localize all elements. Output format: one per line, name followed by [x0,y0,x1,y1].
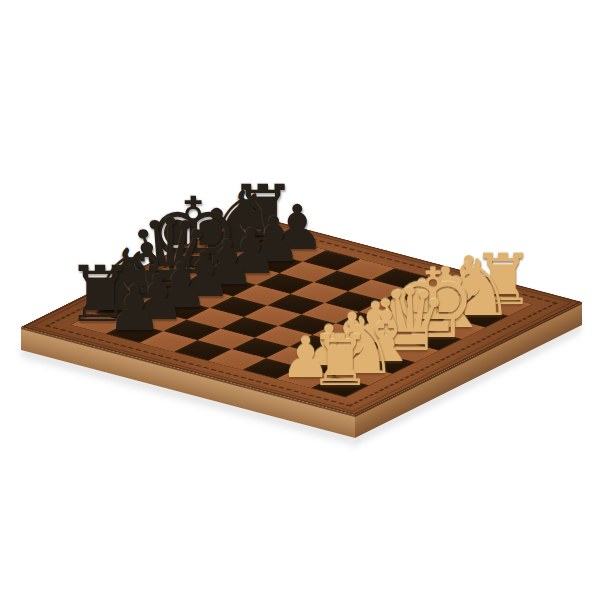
board-wrapper [0,0,600,600]
chess-board-surface [21,214,582,415]
chess-set-photo: ♜♞♝♛♚♝♞♜♟♟♟♟♟♟♟♟♟♟♟♟♟♟♟♟♜♞♝♛♚♝♞♜ [0,0,600,600]
